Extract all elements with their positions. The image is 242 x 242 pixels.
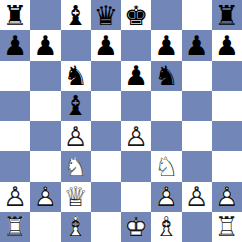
black-piece-glyph: ♚ bbox=[121, 0, 151, 30]
square-b4[interactable] bbox=[30, 121, 60, 151]
piece-black-pawn[interactable]: ♟ bbox=[91, 30, 121, 60]
chess-board: ♜♝♛♚♜♟♟♟♟♟♟♞♟♞♝♟♙♟♙♞♘♞♘♟♙♟♙♛♕♟♙♟♙♟♙♜♖♝♗♚… bbox=[0, 0, 242, 242]
square-e3[interactable] bbox=[121, 151, 151, 181]
black-piece-glyph: ♜ bbox=[0, 0, 30, 30]
piece-white-pawn[interactable]: ♟♙ bbox=[30, 182, 60, 212]
square-g6[interactable] bbox=[182, 61, 212, 91]
black-piece-glyph: ♟ bbox=[0, 30, 30, 60]
white-piece-outline-glyph: ♙ bbox=[212, 182, 242, 212]
white-piece-outline-glyph: ♙ bbox=[0, 182, 30, 212]
white-piece-outline-glyph: ♗ bbox=[61, 212, 91, 242]
square-c3[interactable]: ♞♘ bbox=[61, 151, 91, 181]
square-d1[interactable] bbox=[91, 212, 121, 242]
square-f7[interactable]: ♟ bbox=[151, 30, 181, 60]
piece-black-bishop[interactable]: ♝ bbox=[61, 91, 91, 121]
square-c6[interactable]: ♞ bbox=[61, 61, 91, 91]
square-f6[interactable]: ♞ bbox=[151, 61, 181, 91]
piece-white-king[interactable]: ♚♔ bbox=[121, 212, 151, 242]
piece-black-queen[interactable]: ♛ bbox=[91, 0, 121, 30]
white-piece-outline-glyph: ♗ bbox=[151, 212, 181, 242]
square-a5[interactable] bbox=[0, 91, 30, 121]
square-c8[interactable]: ♝ bbox=[61, 0, 91, 30]
piece-black-rook[interactable]: ♜ bbox=[0, 0, 30, 30]
square-g5[interactable] bbox=[182, 91, 212, 121]
square-b7[interactable]: ♟ bbox=[30, 30, 60, 60]
square-c7[interactable] bbox=[61, 30, 91, 60]
black-piece-glyph: ♜ bbox=[212, 0, 242, 30]
black-piece-glyph: ♟ bbox=[182, 30, 212, 60]
piece-white-bishop[interactable]: ♝♗ bbox=[61, 212, 91, 242]
square-g7[interactable]: ♟ bbox=[182, 30, 212, 60]
square-c2[interactable]: ♛♕ bbox=[61, 182, 91, 212]
square-c1[interactable]: ♝♗ bbox=[61, 212, 91, 242]
piece-white-knight[interactable]: ♞♘ bbox=[61, 151, 91, 181]
square-e5[interactable] bbox=[121, 91, 151, 121]
square-f2[interactable]: ♟♙ bbox=[151, 182, 181, 212]
piece-black-rook[interactable]: ♜ bbox=[212, 0, 242, 30]
piece-black-pawn[interactable]: ♟ bbox=[30, 30, 60, 60]
black-piece-glyph: ♝ bbox=[61, 91, 91, 121]
piece-black-pawn[interactable]: ♟ bbox=[121, 61, 151, 91]
square-d7[interactable]: ♟ bbox=[91, 30, 121, 60]
square-b8[interactable] bbox=[30, 0, 60, 30]
square-h4[interactable] bbox=[212, 121, 242, 151]
piece-white-pawn[interactable]: ♟♙ bbox=[212, 182, 242, 212]
white-piece-outline-glyph: ♖ bbox=[0, 212, 30, 242]
piece-black-king[interactable]: ♚ bbox=[121, 0, 151, 30]
piece-black-knight[interactable]: ♞ bbox=[61, 61, 91, 91]
square-b6[interactable] bbox=[30, 61, 60, 91]
piece-white-bishop[interactable]: ♝♗ bbox=[151, 212, 181, 242]
piece-white-pawn[interactable]: ♟♙ bbox=[182, 182, 212, 212]
white-piece-outline-glyph: ♘ bbox=[61, 151, 91, 181]
square-c4[interactable]: ♟♙ bbox=[61, 121, 91, 151]
square-b2[interactable]: ♟♙ bbox=[30, 182, 60, 212]
black-piece-glyph: ♞ bbox=[61, 61, 91, 91]
white-piece-outline-glyph: ♙ bbox=[30, 182, 60, 212]
black-piece-glyph: ♞ bbox=[151, 61, 181, 91]
square-e4[interactable]: ♟♙ bbox=[121, 121, 151, 151]
square-a1[interactable]: ♜♖ bbox=[0, 212, 30, 242]
square-e6[interactable]: ♟ bbox=[121, 61, 151, 91]
white-piece-outline-glyph: ♙ bbox=[121, 121, 151, 151]
square-h6[interactable] bbox=[212, 61, 242, 91]
square-f1[interactable]: ♝♗ bbox=[151, 212, 181, 242]
square-a6[interactable] bbox=[0, 61, 30, 91]
black-piece-glyph: ♟ bbox=[212, 30, 242, 60]
black-piece-glyph: ♟ bbox=[121, 61, 151, 91]
square-d8[interactable]: ♛ bbox=[91, 0, 121, 30]
square-e1[interactable]: ♚♔ bbox=[121, 212, 151, 242]
white-piece-outline-glyph: ♕ bbox=[61, 182, 91, 212]
square-d2[interactable] bbox=[91, 182, 121, 212]
square-g3[interactable] bbox=[182, 151, 212, 181]
piece-white-rook[interactable]: ♜♖ bbox=[0, 212, 30, 242]
piece-white-rook[interactable]: ♜♖ bbox=[212, 212, 242, 242]
piece-white-pawn[interactable]: ♟♙ bbox=[121, 121, 151, 151]
white-piece-outline-glyph: ♘ bbox=[151, 151, 181, 181]
piece-white-pawn[interactable]: ♟♙ bbox=[61, 121, 91, 151]
square-h8[interactable]: ♜ bbox=[212, 0, 242, 30]
piece-black-knight[interactable]: ♞ bbox=[151, 61, 181, 91]
piece-black-pawn[interactable]: ♟ bbox=[151, 30, 181, 60]
square-d6[interactable] bbox=[91, 61, 121, 91]
square-d3[interactable] bbox=[91, 151, 121, 181]
white-piece-outline-glyph: ♙ bbox=[61, 121, 91, 151]
square-e7[interactable] bbox=[121, 30, 151, 60]
square-h5[interactable] bbox=[212, 91, 242, 121]
square-g1[interactable] bbox=[182, 212, 212, 242]
square-f3[interactable]: ♞♘ bbox=[151, 151, 181, 181]
square-f4[interactable] bbox=[151, 121, 181, 151]
square-c5[interactable]: ♝ bbox=[61, 91, 91, 121]
square-d5[interactable] bbox=[91, 91, 121, 121]
white-piece-outline-glyph: ♔ bbox=[121, 212, 151, 242]
piece-black-pawn[interactable]: ♟ bbox=[182, 30, 212, 60]
square-e2[interactable] bbox=[121, 182, 151, 212]
black-piece-glyph: ♛ bbox=[91, 0, 121, 30]
square-a4[interactable] bbox=[0, 121, 30, 151]
square-a7[interactable]: ♟ bbox=[0, 30, 30, 60]
black-piece-glyph: ♟ bbox=[30, 30, 60, 60]
black-piece-glyph: ♟ bbox=[151, 30, 181, 60]
chess-app: ♜♝♛♚♜♟♟♟♟♟♟♞♟♞♝♟♙♟♙♞♘♞♘♟♙♟♙♛♕♟♙♟♙♟♙♜♖♝♗♚… bbox=[0, 0, 242, 242]
square-e8[interactable]: ♚ bbox=[121, 0, 151, 30]
square-h3[interactable] bbox=[212, 151, 242, 181]
square-d4[interactable] bbox=[91, 121, 121, 151]
white-piece-outline-glyph: ♙ bbox=[182, 182, 212, 212]
square-g8[interactable] bbox=[182, 0, 212, 30]
square-a8[interactable]: ♜ bbox=[0, 0, 30, 30]
square-h1[interactable]: ♜♖ bbox=[212, 212, 242, 242]
black-piece-glyph: ♟ bbox=[91, 30, 121, 60]
square-a2[interactable]: ♟♙ bbox=[0, 182, 30, 212]
square-b5[interactable] bbox=[30, 91, 60, 121]
piece-black-bishop[interactable]: ♝ bbox=[61, 0, 91, 30]
square-f5[interactable] bbox=[151, 91, 181, 121]
square-g2[interactable]: ♟♙ bbox=[182, 182, 212, 212]
piece-black-pawn[interactable]: ♟ bbox=[212, 30, 242, 60]
square-h2[interactable]: ♟♙ bbox=[212, 182, 242, 212]
square-a3[interactable] bbox=[0, 151, 30, 181]
white-piece-outline-glyph: ♙ bbox=[151, 182, 181, 212]
square-h7[interactable]: ♟ bbox=[212, 30, 242, 60]
white-piece-outline-glyph: ♖ bbox=[212, 212, 242, 242]
square-f8[interactable] bbox=[151, 0, 181, 30]
piece-black-pawn[interactable]: ♟ bbox=[0, 30, 30, 60]
piece-white-knight[interactable]: ♞♘ bbox=[151, 151, 181, 181]
square-b3[interactable] bbox=[30, 151, 60, 181]
square-b1[interactable] bbox=[30, 212, 60, 242]
piece-white-pawn[interactable]: ♟♙ bbox=[151, 182, 181, 212]
piece-white-queen[interactable]: ♛♕ bbox=[61, 182, 91, 212]
black-piece-glyph: ♝ bbox=[61, 0, 91, 30]
square-g4[interactable] bbox=[182, 121, 212, 151]
piece-white-pawn[interactable]: ♟♙ bbox=[0, 182, 30, 212]
